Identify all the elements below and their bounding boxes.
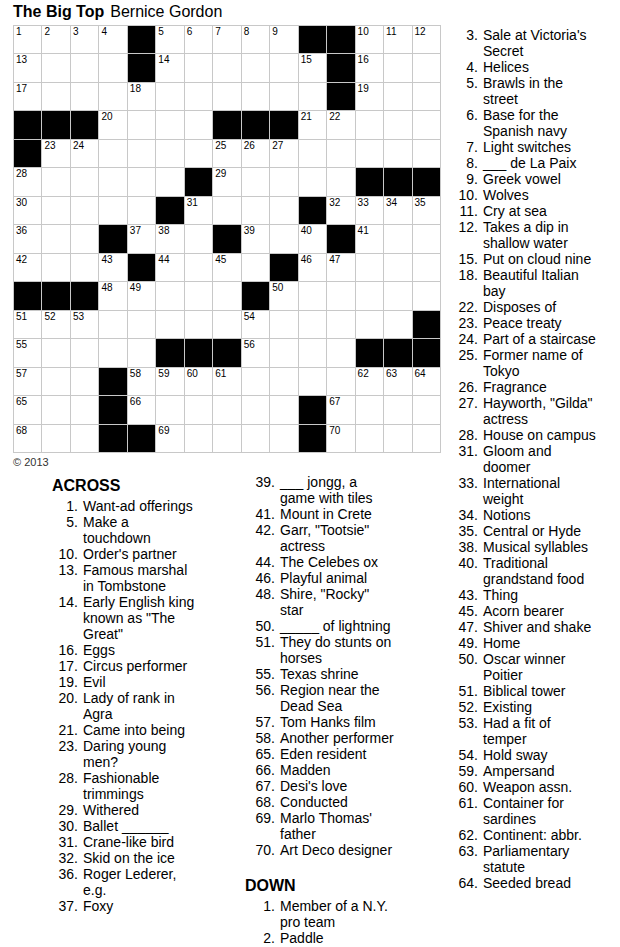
down-clue-24: 24.Part of a staircase	[452, 331, 620, 347]
clue-number: 28.	[452, 427, 478, 443]
white-square[interactable]: 40	[299, 225, 326, 252]
white-square[interactable]	[413, 83, 440, 110]
clue-number: 38.	[452, 539, 478, 555]
clue-number: 20.	[52, 690, 78, 706]
white-square[interactable]	[99, 311, 126, 338]
white-square[interactable]: 6	[185, 26, 212, 53]
down-clues-column: 3.Sale at Victoria's Secret4.Helices5.Br…	[452, 27, 620, 891]
white-square[interactable]	[128, 111, 155, 138]
clue-text: Weapon assn.	[483, 779, 572, 795]
white-square[interactable]: 7	[213, 26, 240, 53]
white-square[interactable]	[42, 168, 69, 195]
black-square	[99, 425, 126, 452]
clue-text: Thing	[483, 587, 518, 603]
across-clue-20: 20.Lady of rank in Agra	[52, 690, 248, 722]
white-square[interactable]	[384, 225, 411, 252]
white-square[interactable]	[384, 311, 411, 338]
white-square[interactable]	[270, 225, 297, 252]
white-square[interactable]: 3	[71, 26, 98, 53]
white-square[interactable]	[128, 140, 155, 167]
white-square[interactable]: 31	[185, 197, 212, 224]
white-square[interactable]	[213, 425, 240, 452]
clue-text: Fashionable trimmings	[83, 770, 159, 802]
white-square[interactable]	[99, 339, 126, 366]
white-square[interactable]	[185, 140, 212, 167]
clue-number: 59.	[452, 763, 478, 779]
white-square[interactable]	[42, 396, 69, 423]
white-square[interactable]	[327, 311, 354, 338]
black-square	[242, 111, 269, 138]
white-square[interactable]	[42, 254, 69, 281]
clue-number: 25.	[452, 347, 478, 363]
white-square[interactable]	[356, 111, 383, 138]
cell-number: 51	[16, 311, 27, 323]
across-clue-37: 37.Foxy	[52, 898, 248, 914]
white-square[interactable]	[99, 197, 126, 224]
clue-text: They do stunts on horses	[280, 634, 391, 666]
across-clue-10: 10.Order's partner	[52, 546, 248, 562]
white-square[interactable]	[299, 140, 326, 167]
clue-text: Cry at sea	[483, 203, 547, 219]
white-square[interactable]	[213, 311, 240, 338]
white-square[interactable]: 8	[242, 26, 269, 53]
white-square[interactable]	[71, 225, 98, 252]
clue-text: Madden	[280, 762, 331, 778]
white-square[interactable]	[384, 425, 411, 452]
white-square[interactable]	[99, 54, 126, 81]
white-square[interactable]	[242, 254, 269, 281]
white-square[interactable]	[99, 168, 126, 195]
white-square[interactable]	[413, 396, 440, 423]
clue-number: 62.	[452, 827, 478, 843]
white-square[interactable]: 22	[327, 111, 354, 138]
white-square[interactable]	[413, 282, 440, 309]
down-clue-54: 54.Hold sway	[452, 747, 620, 763]
white-square[interactable]	[384, 111, 411, 138]
white-square[interactable]	[327, 282, 354, 309]
white-square[interactable]: 42	[14, 254, 41, 281]
clue-number: 63.	[452, 843, 478, 859]
black-square	[213, 111, 240, 138]
white-square[interactable]: 59	[156, 368, 183, 395]
white-square[interactable]: 45	[213, 254, 240, 281]
white-square[interactable]: 69	[156, 425, 183, 452]
white-square[interactable]	[213, 83, 240, 110]
white-square[interactable]	[156, 168, 183, 195]
white-square[interactable]	[71, 425, 98, 452]
down-clue-18: 18.Beautiful Italian bay	[452, 267, 620, 299]
clue-number: 49.	[452, 635, 478, 651]
clue-number: 31.	[52, 834, 78, 850]
white-square[interactable]	[156, 111, 183, 138]
clue-number: 33.	[452, 475, 478, 491]
down-clue-3: 3.Sale at Victoria's Secret	[452, 27, 620, 59]
across-clue-69: 69.Marlo Thomas' father	[245, 810, 447, 842]
white-square[interactable]	[299, 83, 326, 110]
across-clue-13: 13.Famous marshal in Tombstone	[52, 562, 248, 594]
white-square[interactable]: 68	[14, 425, 41, 452]
white-square[interactable]: 63	[384, 368, 411, 395]
white-square[interactable]	[156, 311, 183, 338]
white-square[interactable]: 50	[270, 282, 297, 309]
white-square[interactable]	[299, 168, 326, 195]
white-square[interactable]	[384, 83, 411, 110]
white-square[interactable]: 51	[14, 311, 41, 338]
white-square[interactable]	[413, 111, 440, 138]
white-square[interactable]: 27	[270, 140, 297, 167]
cell-number: 57	[16, 368, 27, 380]
across-clue-36: 36.Roger Lederer, e.g.	[52, 866, 248, 898]
white-square[interactable]	[71, 396, 98, 423]
white-square[interactable]: 66	[128, 396, 155, 423]
clue-text: Region near the Dead Sea	[280, 682, 380, 714]
white-square[interactable]: 30	[14, 197, 41, 224]
white-square[interactable]: 37	[128, 225, 155, 252]
white-square[interactable]: 38	[156, 225, 183, 252]
white-square[interactable]: 35	[413, 197, 440, 224]
across-clue-28: 28.Fashionable trimmings	[52, 770, 248, 802]
down-clue-60: 60.Weapon assn.	[452, 779, 620, 795]
clue-number: 58.	[245, 730, 275, 746]
white-square[interactable]	[71, 368, 98, 395]
clue-text: Beautiful Italian bay	[483, 267, 579, 299]
clue-number: 3.	[452, 27, 478, 43]
down-clue-1: 1.Member of a N.Y. pro team	[245, 898, 447, 930]
white-square[interactable]: 12	[413, 26, 440, 53]
white-square[interactable]	[185, 425, 212, 452]
white-square[interactable]	[242, 197, 269, 224]
white-square[interactable]	[384, 396, 411, 423]
white-square[interactable]: 52	[42, 311, 69, 338]
white-square[interactable]: 32	[327, 197, 354, 224]
white-square[interactable]	[384, 282, 411, 309]
clue-number: 69.	[245, 810, 275, 826]
clue-number: 18.	[452, 267, 478, 283]
white-square[interactable]: 47	[327, 254, 354, 281]
white-square[interactable]: 64	[413, 368, 440, 395]
white-square[interactable]	[156, 282, 183, 309]
white-square[interactable]	[99, 83, 126, 110]
clue-number: 53.	[452, 715, 478, 731]
white-square[interactable]: 41	[356, 225, 383, 252]
white-square[interactable]: 67	[327, 396, 354, 423]
white-square[interactable]	[185, 311, 212, 338]
white-square[interactable]	[356, 311, 383, 338]
down-clue-43: 43.Thing	[452, 587, 620, 603]
white-square[interactable]	[42, 83, 69, 110]
white-square[interactable]	[242, 83, 269, 110]
puzzle-title: The Big Top	[13, 3, 104, 20]
white-square[interactable]	[242, 368, 269, 395]
down-clue-31: 31.Gloom and doomer	[452, 443, 620, 475]
across-clue-44: 44.The Celebes ox	[245, 554, 447, 570]
down-clue-59: 59.Ampersand	[452, 763, 620, 779]
down-clue-12: 12.Takes a dip in shallow water	[452, 219, 620, 251]
white-square[interactable]: 49	[128, 282, 155, 309]
white-square[interactable]: 53	[71, 311, 98, 338]
white-square[interactable]	[42, 197, 69, 224]
clue-text: Lady of rank in Agra	[83, 690, 175, 722]
down-clue-34: 34.Notions	[452, 507, 620, 523]
white-square[interactable]	[327, 168, 354, 195]
clue-text: ___ de La Paix	[483, 155, 576, 171]
clue-number: 1.	[245, 898, 275, 914]
across-clue-42: 42.Garr, "Tootsie" actress	[245, 522, 447, 554]
white-square[interactable]	[356, 140, 383, 167]
black-square	[356, 339, 383, 366]
clue-text: Put on cloud nine	[483, 251, 591, 267]
clue-number: 35.	[452, 523, 478, 539]
white-square[interactable]	[42, 425, 69, 452]
white-square[interactable]: 25	[213, 140, 240, 167]
white-square[interactable]	[299, 282, 326, 309]
white-square[interactable]	[156, 140, 183, 167]
white-square[interactable]	[71, 83, 98, 110]
clue-number: 43.	[452, 587, 478, 603]
white-square[interactable]	[356, 396, 383, 423]
white-square[interactable]	[71, 254, 98, 281]
white-square[interactable]	[71, 197, 98, 224]
clue-text: Shire, "Rocky" star	[280, 586, 369, 618]
white-square[interactable]: 60	[185, 368, 212, 395]
across-clue-46: 46.Playful animal	[245, 570, 447, 586]
across-clue-list: 1.Want-ad offerings5.Make a touchdown10.…	[52, 498, 248, 914]
white-square[interactable]	[213, 396, 240, 423]
cell-number: 47	[329, 254, 340, 266]
black-square	[413, 168, 440, 195]
white-square[interactable]: 16	[356, 54, 383, 81]
clue-number: 60.	[452, 779, 478, 795]
white-square[interactable]	[185, 254, 212, 281]
clue-text: Existing	[483, 699, 532, 715]
white-square[interactable]: 28	[14, 168, 41, 195]
cell-number: 24	[73, 140, 84, 152]
clue-text: Wolves	[483, 187, 529, 203]
black-square	[299, 425, 326, 452]
cell-number: 41	[358, 225, 369, 237]
white-square[interactable]	[356, 282, 383, 309]
white-square[interactable]: 13	[14, 54, 41, 81]
white-square[interactable]: 46	[299, 254, 326, 281]
white-square[interactable]	[413, 225, 440, 252]
down-clue-9: 9.Greek vowel	[452, 171, 620, 187]
down-clue-22: 22.Disposes of	[452, 299, 620, 315]
white-square[interactable]: 56	[242, 339, 269, 366]
across-clue-67: 67.Desi's love	[245, 778, 447, 794]
white-square[interactable]: 61	[213, 368, 240, 395]
white-square[interactable]: 36	[14, 225, 41, 252]
white-square[interactable]	[270, 339, 297, 366]
white-square[interactable]: 5	[156, 26, 183, 53]
white-square[interactable]	[185, 54, 212, 81]
clue-text: Playful animal	[280, 570, 367, 586]
clue-text: Ballet ______	[83, 818, 169, 834]
white-square[interactable]	[185, 396, 212, 423]
white-square[interactable]: 4	[99, 26, 126, 53]
white-square[interactable]: 26	[242, 140, 269, 167]
down-clue-61: 61.Container for sardines	[452, 795, 620, 827]
white-square[interactable]: 43	[99, 254, 126, 281]
clue-number: 16.	[52, 642, 78, 658]
clue-number: 46.	[245, 570, 275, 586]
white-square[interactable]	[384, 254, 411, 281]
white-square[interactable]: 58	[128, 368, 155, 395]
clue-text: Home	[483, 635, 520, 651]
white-square[interactable]	[242, 425, 269, 452]
white-square[interactable]: 15	[299, 54, 326, 81]
clue-number: 52.	[452, 699, 478, 715]
white-square[interactable]	[213, 197, 240, 224]
clue-text: Musical syllables	[483, 539, 588, 555]
white-square[interactable]: 34	[384, 197, 411, 224]
white-square[interactable]	[270, 396, 297, 423]
white-square[interactable]	[299, 311, 326, 338]
across-clue-50: 50._____ of lightning	[245, 618, 447, 634]
white-square[interactable]	[156, 396, 183, 423]
white-square[interactable]	[327, 140, 354, 167]
white-square[interactable]	[413, 425, 440, 452]
clue-text: Seeded bread	[483, 875, 571, 891]
down-clue-25: 25.Former name of Tokyo	[452, 347, 620, 379]
white-square[interactable]: 19	[356, 83, 383, 110]
clue-number: 36.	[52, 866, 78, 882]
black-square	[384, 339, 411, 366]
white-square[interactable]: 54	[242, 311, 269, 338]
white-square[interactable]: 23	[42, 140, 69, 167]
cell-number: 20	[101, 111, 112, 123]
white-square[interactable]	[299, 368, 326, 395]
cell-number: 11	[386, 26, 396, 38]
white-square[interactable]: 44	[156, 254, 183, 281]
white-square[interactable]: 33	[356, 197, 383, 224]
white-square[interactable]	[156, 83, 183, 110]
clue-number: 39.	[245, 474, 275, 490]
white-square[interactable]	[99, 140, 126, 167]
clue-text: Conducted	[280, 794, 348, 810]
white-square[interactable]	[128, 197, 155, 224]
clue-text: Part of a staircase	[483, 331, 596, 347]
white-square[interactable]	[128, 168, 155, 195]
white-square[interactable]	[242, 54, 269, 81]
white-square[interactable]	[42, 368, 69, 395]
clue-number: 47.	[452, 619, 478, 635]
down-clue-33: 33.International weight	[452, 475, 620, 507]
cell-number: 17	[16, 83, 27, 95]
white-square[interactable]	[185, 111, 212, 138]
cell-number: 50	[272, 282, 283, 294]
white-square[interactable]	[384, 54, 411, 81]
white-square[interactable]	[356, 425, 383, 452]
white-square[interactable]	[270, 425, 297, 452]
white-square[interactable]	[270, 54, 297, 81]
white-square[interactable]	[71, 339, 98, 366]
white-square[interactable]: 2	[42, 26, 69, 53]
white-square[interactable]	[270, 83, 297, 110]
white-square[interactable]	[213, 282, 240, 309]
across-clue-14: 14.Early English king known as "The Grea…	[52, 594, 248, 642]
white-square[interactable]: 10	[356, 26, 383, 53]
white-square[interactable]: 17	[14, 83, 41, 110]
clue-number: 29.	[52, 802, 78, 818]
white-square[interactable]: 57	[14, 368, 41, 395]
white-square[interactable]	[185, 83, 212, 110]
white-square[interactable]	[42, 339, 69, 366]
down-clue-51: 51.Biblical tower	[452, 683, 620, 699]
white-square[interactable]	[356, 254, 383, 281]
white-square[interactable]	[270, 368, 297, 395]
cell-number: 21	[301, 111, 312, 123]
cell-number: 60	[187, 368, 198, 380]
white-square[interactable]: 24	[71, 140, 98, 167]
white-square[interactable]	[270, 311, 297, 338]
white-square[interactable]	[242, 396, 269, 423]
white-square[interactable]	[185, 282, 212, 309]
white-square[interactable]	[413, 54, 440, 81]
white-square[interactable]	[42, 54, 69, 81]
clue-text: Mount in Crete	[280, 506, 372, 522]
white-square[interactable]	[384, 140, 411, 167]
white-square[interactable]: 62	[356, 368, 383, 395]
white-square[interactable]	[128, 339, 155, 366]
white-square[interactable]: 1	[14, 26, 41, 53]
white-square[interactable]	[270, 168, 297, 195]
white-square[interactable]: 65	[14, 396, 41, 423]
clue-number: 13.	[52, 562, 78, 578]
white-square[interactable]	[413, 254, 440, 281]
white-square[interactable]: 29	[213, 168, 240, 195]
clue-text: Continent: abbr.	[483, 827, 582, 843]
white-square[interactable]	[128, 311, 155, 338]
white-square[interactable]: 55	[14, 339, 41, 366]
white-square[interactable]	[327, 339, 354, 366]
white-square[interactable]	[327, 368, 354, 395]
clue-number: 26.	[452, 379, 478, 395]
cell-number: 67	[329, 396, 340, 408]
cell-number: 35	[415, 197, 426, 209]
white-square[interactable]	[71, 168, 98, 195]
white-square[interactable]: 14	[156, 54, 183, 81]
white-square[interactable]	[213, 54, 240, 81]
white-square[interactable]: 39	[242, 225, 269, 252]
white-square[interactable]	[185, 225, 212, 252]
clue-text: Roger Lederer, e.g.	[83, 866, 176, 898]
cell-number: 18	[130, 83, 141, 95]
white-square[interactable]	[42, 225, 69, 252]
white-square[interactable]: 21	[299, 111, 326, 138]
white-square[interactable]: 18	[128, 83, 155, 110]
white-square[interactable]: 9	[270, 26, 297, 53]
cell-number: 39	[244, 225, 255, 237]
white-square[interactable]: 20	[99, 111, 126, 138]
clue-text: Order's partner	[83, 546, 177, 562]
white-square[interactable]	[413, 140, 440, 167]
white-square[interactable]: 70	[327, 425, 354, 452]
white-square[interactable]	[242, 168, 269, 195]
across-clue-58: 58.Another performer	[245, 730, 447, 746]
cell-number: 3	[73, 26, 79, 38]
white-square[interactable]: 48	[99, 282, 126, 309]
cell-number: 22	[329, 111, 340, 123]
clue-number: 40.	[452, 555, 478, 571]
white-square[interactable]	[299, 339, 326, 366]
cell-number: 63	[386, 368, 397, 380]
clue-number: 50.	[452, 651, 478, 667]
cell-number: 69	[158, 425, 169, 437]
white-square[interactable]: 11	[384, 26, 411, 53]
white-square[interactable]	[270, 197, 297, 224]
white-square[interactable]	[71, 54, 98, 81]
down-clue-64: 64.Seeded bread	[452, 875, 620, 891]
